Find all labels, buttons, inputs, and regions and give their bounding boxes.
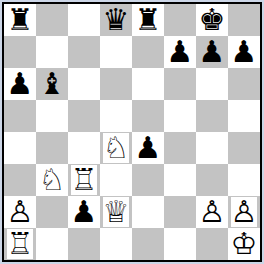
square-h7[interactable]: ♟ bbox=[228, 36, 260, 68]
square-a3[interactable] bbox=[4, 164, 36, 196]
square-g4[interactable] bbox=[196, 132, 228, 164]
white-pawn-icon[interactable]: ♙ bbox=[199, 197, 226, 227]
square-d5[interactable] bbox=[100, 100, 132, 132]
black-pawn-icon[interactable]: ♟ bbox=[71, 197, 98, 227]
square-a6[interactable]: ♟ bbox=[4, 68, 36, 100]
square-a1[interactable]: ♖ bbox=[4, 228, 36, 260]
square-h1[interactable]: ♔ bbox=[228, 228, 260, 260]
black-pawn-icon[interactable]: ♟ bbox=[199, 37, 226, 67]
chessboard: ♜♛♜♚♟♟♟♟♝♘♟♘♖♙♟♕♙♙♖♔ bbox=[4, 4, 260, 260]
square-e1[interactable] bbox=[132, 228, 164, 260]
square-f1[interactable] bbox=[164, 228, 196, 260]
square-d4[interactable]: ♘ bbox=[100, 132, 132, 164]
square-e6[interactable] bbox=[132, 68, 164, 100]
square-d1[interactable] bbox=[100, 228, 132, 260]
black-pawn-icon[interactable]: ♟ bbox=[135, 133, 162, 163]
square-c6[interactable] bbox=[68, 68, 100, 100]
white-queen-icon[interactable]: ♕ bbox=[103, 197, 130, 227]
square-h2[interactable]: ♙ bbox=[228, 196, 260, 228]
square-f2[interactable] bbox=[164, 196, 196, 228]
square-c4[interactable] bbox=[68, 132, 100, 164]
white-knight-icon[interactable]: ♘ bbox=[103, 133, 130, 163]
white-king-icon[interactable]: ♔ bbox=[231, 229, 258, 259]
square-f8[interactable] bbox=[164, 4, 196, 36]
square-e8[interactable]: ♜ bbox=[132, 4, 164, 36]
square-b4[interactable] bbox=[36, 132, 68, 164]
black-rook-icon[interactable]: ♜ bbox=[135, 5, 162, 35]
square-f6[interactable] bbox=[164, 68, 196, 100]
square-h4[interactable] bbox=[228, 132, 260, 164]
square-h8[interactable] bbox=[228, 4, 260, 36]
square-h3[interactable] bbox=[228, 164, 260, 196]
square-e4[interactable]: ♟ bbox=[132, 132, 164, 164]
black-rook-icon[interactable]: ♜ bbox=[7, 5, 34, 35]
square-g1[interactable] bbox=[196, 228, 228, 260]
square-g2[interactable]: ♙ bbox=[196, 196, 228, 228]
square-h5[interactable] bbox=[228, 100, 260, 132]
square-f5[interactable] bbox=[164, 100, 196, 132]
square-a7[interactable] bbox=[4, 36, 36, 68]
square-c7[interactable] bbox=[68, 36, 100, 68]
black-pawn-icon[interactable]: ♟ bbox=[167, 37, 194, 67]
square-f3[interactable] bbox=[164, 164, 196, 196]
square-f7[interactable]: ♟ bbox=[164, 36, 196, 68]
black-king-icon[interactable]: ♚ bbox=[199, 5, 226, 35]
square-c1[interactable] bbox=[68, 228, 100, 260]
square-g7[interactable]: ♟ bbox=[196, 36, 228, 68]
square-a4[interactable] bbox=[4, 132, 36, 164]
square-h6[interactable] bbox=[228, 68, 260, 100]
white-pawn-icon[interactable]: ♙ bbox=[231, 197, 258, 227]
square-c8[interactable] bbox=[68, 4, 100, 36]
square-b2[interactable] bbox=[36, 196, 68, 228]
board-frame: ♜♛♜♚♟♟♟♟♝♘♟♘♖♙♟♕♙♙♖♔ bbox=[2, 2, 262, 262]
square-b7[interactable] bbox=[36, 36, 68, 68]
square-e5[interactable] bbox=[132, 100, 164, 132]
diagram-margin: ♜♛♜♚♟♟♟♟♝♘♟♘♖♙♟♕♙♙♖♔ bbox=[0, 0, 264, 264]
white-rook-icon[interactable]: ♖ bbox=[7, 229, 34, 259]
square-d3[interactable] bbox=[100, 164, 132, 196]
black-queen-icon[interactable]: ♛ bbox=[103, 5, 130, 35]
square-e3[interactable] bbox=[132, 164, 164, 196]
square-g3[interactable] bbox=[196, 164, 228, 196]
square-c5[interactable] bbox=[68, 100, 100, 132]
square-b3[interactable]: ♘ bbox=[36, 164, 68, 196]
square-d6[interactable] bbox=[100, 68, 132, 100]
square-g8[interactable]: ♚ bbox=[196, 4, 228, 36]
square-a5[interactable] bbox=[4, 100, 36, 132]
white-knight-icon[interactable]: ♘ bbox=[39, 165, 66, 195]
square-b8[interactable] bbox=[36, 4, 68, 36]
square-a8[interactable]: ♜ bbox=[4, 4, 36, 36]
square-d7[interactable] bbox=[100, 36, 132, 68]
white-rook-icon[interactable]: ♖ bbox=[71, 165, 98, 195]
square-g6[interactable] bbox=[196, 68, 228, 100]
square-b1[interactable] bbox=[36, 228, 68, 260]
black-bishop-icon[interactable]: ♝ bbox=[39, 69, 66, 99]
square-c3[interactable]: ♖ bbox=[68, 164, 100, 196]
square-c2[interactable]: ♟ bbox=[68, 196, 100, 228]
square-b5[interactable] bbox=[36, 100, 68, 132]
square-d8[interactable]: ♛ bbox=[100, 4, 132, 36]
square-b6[interactable]: ♝ bbox=[36, 68, 68, 100]
square-a2[interactable]: ♙ bbox=[4, 196, 36, 228]
square-d2[interactable]: ♕ bbox=[100, 196, 132, 228]
square-e2[interactable] bbox=[132, 196, 164, 228]
black-pawn-icon[interactable]: ♟ bbox=[231, 37, 258, 67]
square-e7[interactable] bbox=[132, 36, 164, 68]
white-pawn-icon[interactable]: ♙ bbox=[7, 197, 34, 227]
square-f4[interactable] bbox=[164, 132, 196, 164]
black-pawn-icon[interactable]: ♟ bbox=[7, 69, 34, 99]
square-g5[interactable] bbox=[196, 100, 228, 132]
